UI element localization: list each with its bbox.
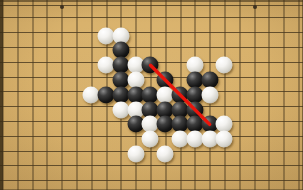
white-stone xyxy=(216,131,233,148)
intersection[interactable] xyxy=(40,13,55,28)
intersection[interactable] xyxy=(25,176,40,190)
intersection[interactable] xyxy=(247,132,262,147)
intersection[interactable] xyxy=(54,102,69,117)
intersection[interactable] xyxy=(158,102,173,117)
intersection[interactable] xyxy=(143,13,158,28)
intersection[interactable] xyxy=(291,87,303,102)
intersection[interactable] xyxy=(276,87,291,102)
intersection[interactable] xyxy=(232,13,247,28)
gomoku-board[interactable] xyxy=(0,0,303,190)
intersection[interactable] xyxy=(217,147,232,162)
intersection[interactable] xyxy=(291,117,303,132)
intersection[interactable] xyxy=(276,58,291,73)
intersection[interactable] xyxy=(261,73,276,88)
intersection[interactable] xyxy=(69,13,84,28)
intersection[interactable] xyxy=(54,43,69,58)
intersection[interactable] xyxy=(99,161,114,176)
intersection[interactable] xyxy=(84,147,99,162)
intersection[interactable] xyxy=(99,28,114,43)
intersection[interactable] xyxy=(84,161,99,176)
intersection[interactable] xyxy=(84,73,99,88)
intersection[interactable] xyxy=(261,58,276,73)
intersection[interactable] xyxy=(143,58,158,73)
intersection[interactable] xyxy=(113,117,128,132)
intersection[interactable] xyxy=(202,117,217,132)
intersection[interactable] xyxy=(276,28,291,43)
intersection[interactable] xyxy=(10,13,25,28)
intersection[interactable] xyxy=(113,147,128,162)
intersection[interactable] xyxy=(173,117,188,132)
intersection[interactable] xyxy=(99,43,114,58)
intersection[interactable] xyxy=(99,176,114,190)
intersection[interactable] xyxy=(232,161,247,176)
intersection[interactable] xyxy=(202,87,217,102)
intersection[interactable] xyxy=(113,161,128,176)
intersection[interactable] xyxy=(128,43,143,58)
intersection[interactable] xyxy=(261,0,276,13)
intersection[interactable] xyxy=(10,28,25,43)
intersection[interactable] xyxy=(69,147,84,162)
intersection[interactable] xyxy=(232,176,247,190)
intersection[interactable] xyxy=(69,73,84,88)
intersection[interactable] xyxy=(113,43,128,58)
intersection[interactable] xyxy=(232,132,247,147)
intersection[interactable] xyxy=(291,102,303,117)
intersection[interactable] xyxy=(187,28,202,43)
intersection[interactable] xyxy=(291,73,303,88)
intersection[interactable] xyxy=(69,176,84,190)
intersection[interactable] xyxy=(40,73,55,88)
intersection[interactable] xyxy=(128,0,143,13)
intersection[interactable] xyxy=(173,161,188,176)
intersection[interactable] xyxy=(69,87,84,102)
intersection[interactable] xyxy=(276,176,291,190)
intersection[interactable] xyxy=(25,102,40,117)
intersection[interactable] xyxy=(232,58,247,73)
intersection[interactable] xyxy=(40,161,55,176)
intersection[interactable] xyxy=(187,147,202,162)
intersection[interactable] xyxy=(217,132,232,147)
intersection[interactable] xyxy=(0,0,10,13)
intersection[interactable] xyxy=(84,87,99,102)
intersection[interactable] xyxy=(69,58,84,73)
intersection[interactable] xyxy=(54,87,69,102)
intersection[interactable] xyxy=(143,102,158,117)
intersection[interactable] xyxy=(84,102,99,117)
intersection[interactable] xyxy=(143,176,158,190)
intersection[interactable] xyxy=(40,0,55,13)
intersection[interactable] xyxy=(217,73,232,88)
intersection[interactable] xyxy=(217,28,232,43)
intersection[interactable] xyxy=(276,102,291,117)
intersection[interactable] xyxy=(158,161,173,176)
intersection[interactable] xyxy=(173,176,188,190)
intersection[interactable] xyxy=(84,58,99,73)
intersection[interactable] xyxy=(187,58,202,73)
intersection[interactable] xyxy=(69,102,84,117)
intersection[interactable] xyxy=(187,13,202,28)
intersection[interactable] xyxy=(113,13,128,28)
black-stone xyxy=(142,57,159,74)
intersection[interactable] xyxy=(187,87,202,102)
intersection[interactable] xyxy=(0,58,10,73)
intersection[interactable] xyxy=(25,117,40,132)
intersection[interactable] xyxy=(40,43,55,58)
intersection[interactable] xyxy=(173,73,188,88)
intersection[interactable] xyxy=(0,117,10,132)
intersection[interactable] xyxy=(40,117,55,132)
intersection[interactable] xyxy=(0,73,10,88)
intersection[interactable] xyxy=(10,161,25,176)
intersection[interactable] xyxy=(0,43,10,58)
intersection[interactable] xyxy=(143,147,158,162)
intersection[interactable] xyxy=(291,13,303,28)
intersection[interactable] xyxy=(232,102,247,117)
intersection[interactable] xyxy=(113,87,128,102)
intersection[interactable] xyxy=(247,28,262,43)
intersection[interactable] xyxy=(99,87,114,102)
intersection[interactable] xyxy=(173,13,188,28)
intersection[interactable] xyxy=(84,13,99,28)
intersection[interactable] xyxy=(291,43,303,58)
intersection[interactable] xyxy=(158,73,173,88)
intersection[interactable] xyxy=(173,58,188,73)
intersection[interactable] xyxy=(128,117,143,132)
intersection[interactable] xyxy=(247,117,262,132)
intersection[interactable] xyxy=(276,147,291,162)
intersection[interactable] xyxy=(0,132,10,147)
intersection[interactable] xyxy=(173,0,188,13)
intersection[interactable] xyxy=(54,161,69,176)
intersection[interactable] xyxy=(69,117,84,132)
intersection[interactable] xyxy=(276,117,291,132)
intersection[interactable] xyxy=(232,147,247,162)
white-stone xyxy=(127,145,144,162)
intersection[interactable] xyxy=(261,102,276,117)
intersection[interactable] xyxy=(158,28,173,43)
intersection[interactable] xyxy=(54,0,69,13)
intersection[interactable] xyxy=(158,176,173,190)
intersection[interactable] xyxy=(217,161,232,176)
intersection[interactable] xyxy=(143,43,158,58)
intersection[interactable] xyxy=(0,87,10,102)
intersection[interactable] xyxy=(54,73,69,88)
intersection[interactable] xyxy=(232,87,247,102)
intersection[interactable] xyxy=(128,132,143,147)
intersection[interactable] xyxy=(99,58,114,73)
intersection[interactable] xyxy=(187,117,202,132)
intersection[interactable] xyxy=(217,87,232,102)
intersection[interactable] xyxy=(10,58,25,73)
intersection[interactable] xyxy=(54,58,69,73)
intersection[interactable] xyxy=(291,132,303,147)
intersection[interactable] xyxy=(202,58,217,73)
intersection[interactable] xyxy=(128,102,143,117)
intersection[interactable] xyxy=(54,132,69,147)
intersection[interactable] xyxy=(69,43,84,58)
intersection[interactable] xyxy=(261,87,276,102)
intersection[interactable] xyxy=(143,28,158,43)
white-stone xyxy=(216,57,233,74)
intersection[interactable] xyxy=(99,132,114,147)
intersection[interactable] xyxy=(187,161,202,176)
intersection[interactable] xyxy=(54,176,69,190)
intersection[interactable] xyxy=(113,176,128,190)
intersection[interactable] xyxy=(25,73,40,88)
intersection[interactable] xyxy=(69,161,84,176)
intersection[interactable] xyxy=(99,147,114,162)
intersection[interactable] xyxy=(40,176,55,190)
intersection[interactable] xyxy=(247,43,262,58)
intersection[interactable] xyxy=(187,0,202,13)
white-stone xyxy=(142,131,159,148)
intersection[interactable] xyxy=(291,28,303,43)
intersection[interactable] xyxy=(40,132,55,147)
intersection[interactable] xyxy=(261,13,276,28)
intersection[interactable] xyxy=(158,147,173,162)
intersection[interactable] xyxy=(143,73,158,88)
intersection[interactable] xyxy=(158,87,173,102)
intersection[interactable] xyxy=(217,0,232,13)
intersection[interactable] xyxy=(247,73,262,88)
intersection[interactable] xyxy=(217,43,232,58)
intersection[interactable] xyxy=(158,43,173,58)
intersection[interactable] xyxy=(261,43,276,58)
intersection[interactable] xyxy=(99,0,114,13)
intersection[interactable] xyxy=(54,13,69,28)
intersection[interactable] xyxy=(173,132,188,147)
intersection[interactable] xyxy=(202,176,217,190)
intersection[interactable] xyxy=(187,43,202,58)
intersection[interactable] xyxy=(158,13,173,28)
intersection[interactable] xyxy=(291,58,303,73)
intersection[interactable] xyxy=(99,117,114,132)
intersection[interactable] xyxy=(10,132,25,147)
intersection[interactable] xyxy=(128,73,143,88)
intersection[interactable] xyxy=(10,102,25,117)
intersection[interactable] xyxy=(128,58,143,73)
intersection[interactable] xyxy=(128,13,143,28)
intersection[interactable] xyxy=(40,147,55,162)
intersection[interactable] xyxy=(217,117,232,132)
intersection[interactable] xyxy=(158,132,173,147)
intersection[interactable] xyxy=(143,0,158,13)
intersection[interactable] xyxy=(99,73,114,88)
intersection[interactable] xyxy=(232,117,247,132)
intersection[interactable] xyxy=(128,176,143,190)
intersection[interactable] xyxy=(202,43,217,58)
intersection[interactable] xyxy=(202,0,217,13)
intersection[interactable] xyxy=(173,87,188,102)
intersection[interactable] xyxy=(202,132,217,147)
intersection[interactable] xyxy=(247,176,262,190)
intersection[interactable] xyxy=(25,147,40,162)
intersection[interactable] xyxy=(217,176,232,190)
intersection[interactable] xyxy=(40,28,55,43)
intersection[interactable] xyxy=(113,28,128,43)
intersection[interactable] xyxy=(0,161,10,176)
intersection-grid xyxy=(0,0,303,190)
intersection[interactable] xyxy=(232,43,247,58)
intersection[interactable] xyxy=(173,28,188,43)
intersection[interactable] xyxy=(25,0,40,13)
intersection[interactable] xyxy=(261,161,276,176)
intersection[interactable] xyxy=(173,102,188,117)
intersection[interactable] xyxy=(25,43,40,58)
intersection[interactable] xyxy=(217,58,232,73)
intersection[interactable] xyxy=(10,73,25,88)
intersection[interactable] xyxy=(202,161,217,176)
intersection[interactable] xyxy=(25,13,40,28)
intersection[interactable] xyxy=(128,28,143,43)
intersection[interactable] xyxy=(247,161,262,176)
intersection[interactable] xyxy=(261,147,276,162)
intersection[interactable] xyxy=(99,13,114,28)
intersection[interactable] xyxy=(143,117,158,132)
intersection[interactable] xyxy=(276,43,291,58)
intersection[interactable] xyxy=(261,117,276,132)
intersection[interactable] xyxy=(217,13,232,28)
white-stone xyxy=(157,145,174,162)
intersection[interactable] xyxy=(143,161,158,176)
intersection[interactable] xyxy=(261,28,276,43)
intersection[interactable] xyxy=(0,13,10,28)
intersection[interactable] xyxy=(25,28,40,43)
intersection[interactable] xyxy=(10,176,25,190)
intersection[interactable] xyxy=(10,43,25,58)
intersection[interactable] xyxy=(202,102,217,117)
intersection[interactable] xyxy=(10,0,25,13)
intersection[interactable] xyxy=(232,73,247,88)
intersection[interactable] xyxy=(158,117,173,132)
intersection[interactable] xyxy=(276,161,291,176)
intersection[interactable] xyxy=(276,0,291,13)
intersection[interactable] xyxy=(113,132,128,147)
intersection[interactable] xyxy=(40,58,55,73)
intersection[interactable] xyxy=(25,161,40,176)
intersection[interactable] xyxy=(113,0,128,13)
intersection[interactable] xyxy=(247,102,262,117)
intersection[interactable] xyxy=(69,0,84,13)
intersection[interactable] xyxy=(113,58,128,73)
intersection[interactable] xyxy=(261,176,276,190)
intersection[interactable] xyxy=(40,102,55,117)
intersection[interactable] xyxy=(113,73,128,88)
intersection[interactable] xyxy=(276,73,291,88)
intersection[interactable] xyxy=(84,132,99,147)
intersection[interactable] xyxy=(291,0,303,13)
intersection[interactable] xyxy=(202,28,217,43)
intersection[interactable] xyxy=(158,0,173,13)
intersection[interactable] xyxy=(10,117,25,132)
intersection[interactable] xyxy=(84,43,99,58)
intersection[interactable] xyxy=(276,132,291,147)
intersection[interactable] xyxy=(84,117,99,132)
intersection[interactable] xyxy=(261,132,276,147)
intersection[interactable] xyxy=(10,87,25,102)
intersection[interactable] xyxy=(25,58,40,73)
intersection[interactable] xyxy=(25,87,40,102)
intersection[interactable] xyxy=(128,161,143,176)
intersection[interactable] xyxy=(202,13,217,28)
intersection[interactable] xyxy=(291,176,303,190)
intersection[interactable] xyxy=(54,28,69,43)
intersection[interactable] xyxy=(99,102,114,117)
intersection[interactable] xyxy=(0,102,10,117)
intersection[interactable] xyxy=(173,43,188,58)
intersection[interactable] xyxy=(232,28,247,43)
intersection[interactable] xyxy=(187,132,202,147)
intersection[interactable] xyxy=(232,0,247,13)
intersection[interactable] xyxy=(276,13,291,28)
intersection[interactable] xyxy=(54,147,69,162)
intersection[interactable] xyxy=(187,176,202,190)
intersection[interactable] xyxy=(173,147,188,162)
intersection[interactable] xyxy=(187,102,202,117)
intersection[interactable] xyxy=(0,176,10,190)
intersection[interactable] xyxy=(187,73,202,88)
intersection[interactable] xyxy=(25,132,40,147)
intersection[interactable] xyxy=(291,147,303,162)
intersection[interactable] xyxy=(84,176,99,190)
intersection[interactable] xyxy=(69,28,84,43)
intersection[interactable] xyxy=(143,87,158,102)
intersection[interactable] xyxy=(291,161,303,176)
intersection[interactable] xyxy=(217,102,232,117)
intersection[interactable] xyxy=(0,147,10,162)
intersection[interactable] xyxy=(84,28,99,43)
white-stone xyxy=(201,86,218,103)
intersection[interactable] xyxy=(202,73,217,88)
intersection[interactable] xyxy=(202,147,217,162)
intersection[interactable] xyxy=(247,147,262,162)
intersection[interactable] xyxy=(247,13,262,28)
intersection[interactable] xyxy=(143,132,158,147)
intersection[interactable] xyxy=(0,28,10,43)
intersection[interactable] xyxy=(54,117,69,132)
intersection[interactable] xyxy=(40,87,55,102)
intersection[interactable] xyxy=(158,58,173,73)
intersection[interactable] xyxy=(128,87,143,102)
intersection[interactable] xyxy=(247,87,262,102)
intersection[interactable] xyxy=(247,0,262,13)
intersection[interactable] xyxy=(69,132,84,147)
intersection[interactable] xyxy=(10,147,25,162)
intersection[interactable] xyxy=(113,102,128,117)
intersection[interactable] xyxy=(84,0,99,13)
intersection[interactable] xyxy=(128,147,143,162)
intersection[interactable] xyxy=(247,58,262,73)
